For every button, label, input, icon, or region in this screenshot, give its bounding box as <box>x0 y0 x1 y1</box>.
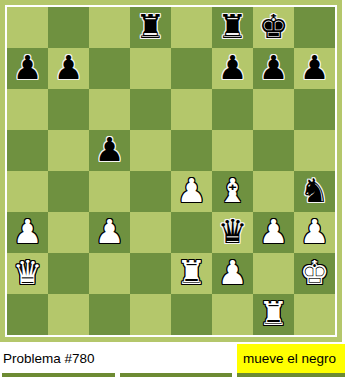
square-d5[interactable] <box>130 130 171 171</box>
square-e7[interactable] <box>171 48 212 89</box>
square-c8[interactable] <box>89 7 130 48</box>
piece-black-king[interactable]: ♚ <box>259 7 289 47</box>
square-f3[interactable]: ♛ <box>212 212 253 253</box>
piece-white-king[interactable]: ♚ <box>300 253 330 293</box>
piece-white-pawn[interactable]: ♟ <box>300 212 330 252</box>
piece-white-queen[interactable]: ♛ <box>13 253 43 293</box>
problem-number-cell: Problema #780 <box>2 344 115 377</box>
square-c7[interactable] <box>89 48 130 89</box>
square-f1[interactable] <box>212 294 253 335</box>
square-c5[interactable]: ♟ <box>89 130 130 171</box>
square-f5[interactable] <box>212 130 253 171</box>
piece-white-bishop[interactable]: ♝ <box>218 171 248 211</box>
square-g6[interactable] <box>253 89 294 130</box>
piece-white-pawn[interactable]: ♟ <box>13 212 43 252</box>
square-a3[interactable]: ♟ <box>7 212 48 253</box>
square-b2[interactable] <box>48 253 89 294</box>
square-a1[interactable] <box>7 294 48 335</box>
square-a4[interactable] <box>7 171 48 212</box>
square-g2[interactable] <box>253 253 294 294</box>
square-d4[interactable] <box>130 171 171 212</box>
square-d1[interactable] <box>130 294 171 335</box>
footer-bar: Problema #780 mueve el negro <box>2 344 345 377</box>
square-g1[interactable]: ♜ <box>253 294 294 335</box>
square-f8[interactable]: ♜ <box>212 7 253 48</box>
piece-black-pawn[interactable]: ♟ <box>300 48 330 88</box>
square-c4[interactable] <box>89 171 130 212</box>
piece-black-knight[interactable]: ♞ <box>300 171 330 211</box>
piece-black-pawn[interactable]: ♟ <box>259 48 289 88</box>
square-c1[interactable] <box>89 294 130 335</box>
square-b6[interactable] <box>48 89 89 130</box>
square-g8[interactable]: ♚ <box>253 7 294 48</box>
board-inner-border: ♜♜♚♟♟♟♟♟♟♟♝♞♟♟♛♟♟♛♜♟♚♜ <box>5 5 337 337</box>
square-h6[interactable] <box>294 89 335 130</box>
square-b8[interactable] <box>48 7 89 48</box>
piece-white-pawn[interactable]: ♟ <box>177 171 207 211</box>
square-h8[interactable] <box>294 7 335 48</box>
square-f7[interactable]: ♟ <box>212 48 253 89</box>
square-f6[interactable] <box>212 89 253 130</box>
square-h7[interactable]: ♟ <box>294 48 335 89</box>
square-e8[interactable] <box>171 7 212 48</box>
chess-problem-page: ♜♜♚♟♟♟♟♟♟♟♝♞♟♟♛♟♟♛♜♟♚♜ Problema #780 mue… <box>0 0 345 377</box>
square-b1[interactable] <box>48 294 89 335</box>
chess-board: ♜♜♚♟♟♟♟♟♟♟♝♞♟♟♛♟♟♛♜♟♚♜ <box>7 7 335 335</box>
square-h5[interactable] <box>294 130 335 171</box>
square-d3[interactable] <box>130 212 171 253</box>
square-c2[interactable] <box>89 253 130 294</box>
piece-white-rook[interactable]: ♜ <box>259 294 289 334</box>
footer-spacer-cell <box>120 344 232 377</box>
square-d8[interactable]: ♜ <box>130 7 171 48</box>
square-b5[interactable] <box>48 130 89 171</box>
square-e2[interactable]: ♜ <box>171 253 212 294</box>
square-c6[interactable] <box>89 89 130 130</box>
piece-white-pawn[interactable]: ♟ <box>95 212 125 252</box>
square-e4[interactable]: ♟ <box>171 171 212 212</box>
square-d2[interactable] <box>130 253 171 294</box>
square-b7[interactable]: ♟ <box>48 48 89 89</box>
piece-white-pawn[interactable]: ♟ <box>259 212 289 252</box>
square-a5[interactable] <box>7 130 48 171</box>
square-f2[interactable]: ♟ <box>212 253 253 294</box>
side-to-move-badge: mueve el negro <box>237 344 345 377</box>
piece-black-rook[interactable]: ♜ <box>218 7 248 47</box>
square-a6[interactable] <box>7 89 48 130</box>
square-a8[interactable] <box>7 7 48 48</box>
piece-black-pawn[interactable]: ♟ <box>54 48 84 88</box>
square-h1[interactable] <box>294 294 335 335</box>
square-d6[interactable] <box>130 89 171 130</box>
square-h2[interactable]: ♚ <box>294 253 335 294</box>
square-g5[interactable] <box>253 130 294 171</box>
square-f4[interactable]: ♝ <box>212 171 253 212</box>
square-g4[interactable] <box>253 171 294 212</box>
piece-black-pawn[interactable]: ♟ <box>218 48 248 88</box>
square-e3[interactable] <box>171 212 212 253</box>
square-h4[interactable]: ♞ <box>294 171 335 212</box>
square-b3[interactable] <box>48 212 89 253</box>
square-e5[interactable] <box>171 130 212 171</box>
piece-white-pawn[interactable]: ♟ <box>218 253 248 293</box>
square-c3[interactable]: ♟ <box>89 212 130 253</box>
piece-white-rook[interactable]: ♜ <box>177 253 207 293</box>
piece-black-pawn[interactable]: ♟ <box>95 130 125 170</box>
square-g7[interactable]: ♟ <box>253 48 294 89</box>
square-e6[interactable] <box>171 89 212 130</box>
problem-number-label: Problema #780 <box>2 351 95 366</box>
square-e1[interactable] <box>171 294 212 335</box>
square-d7[interactable] <box>130 48 171 89</box>
square-a7[interactable]: ♟ <box>7 48 48 89</box>
board-frame: ♜♜♚♟♟♟♟♟♟♟♝♞♟♟♛♟♟♛♜♟♚♜ <box>0 0 342 342</box>
square-h3[interactable]: ♟ <box>294 212 335 253</box>
piece-black-pawn[interactable]: ♟ <box>13 48 43 88</box>
side-to-move-label: mueve el negro <box>243 351 336 366</box>
piece-black-queen[interactable]: ♛ <box>218 212 248 252</box>
piece-black-rook[interactable]: ♜ <box>136 7 166 47</box>
square-g3[interactable]: ♟ <box>253 212 294 253</box>
square-b4[interactable] <box>48 171 89 212</box>
square-a2[interactable]: ♛ <box>7 253 48 294</box>
